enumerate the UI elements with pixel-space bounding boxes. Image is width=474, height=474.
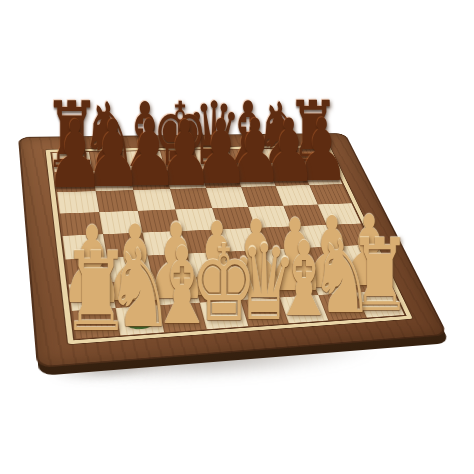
square-a5 [60, 212, 103, 236]
square-b2 [111, 280, 158, 308]
square-a6 [57, 191, 99, 213]
square-b7 [92, 170, 133, 191]
square-b3 [107, 256, 153, 283]
square-c1 [158, 303, 207, 333]
square-d5 [175, 208, 218, 231]
square-c5 [138, 209, 181, 232]
square-b4 [103, 233, 147, 258]
square-b1 [116, 305, 164, 335]
square-c4 [142, 231, 186, 256]
felt-pad-b1 [126, 317, 154, 330]
square-a1 [72, 308, 120, 339]
square-c8 [125, 151, 165, 170]
square-a3 [66, 257, 112, 284]
square-c3 [147, 254, 193, 280]
square-d8 [160, 150, 200, 169]
square-d6 [170, 188, 212, 209]
square-a8 [52, 152, 92, 172]
square-a2 [69, 282, 116, 311]
chess-set-photo: ♜♞♝♚♛♝♞♜♟♟♟♟♟♟♟♟♟♟♟♟♟♟♟♟♜♞♝♚♛♝♞♜ [0, 0, 474, 474]
square-b8 [89, 152, 129, 172]
square-c7 [129, 170, 170, 191]
square-d7 [165, 169, 206, 189]
square-a4 [63, 234, 107, 259]
square-c2 [153, 277, 200, 305]
square-c6 [133, 189, 175, 211]
board-grid [52, 148, 404, 339]
chess-board [18, 133, 448, 368]
felt-pad-d7 [174, 177, 198, 186]
square-b6 [96, 190, 138, 212]
square-b5 [99, 211, 142, 234]
square-a7 [55, 171, 96, 192]
